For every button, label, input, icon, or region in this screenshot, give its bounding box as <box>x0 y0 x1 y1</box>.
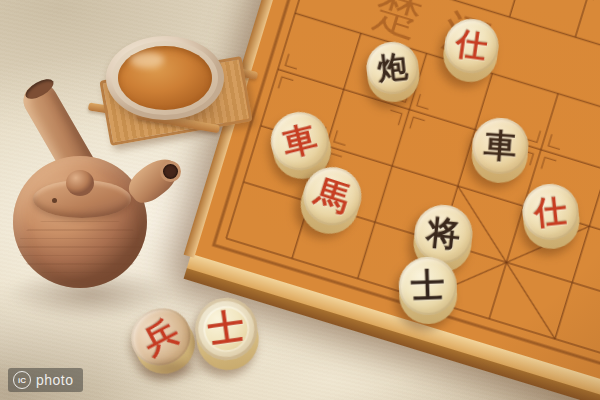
tea-highlight <box>130 52 164 68</box>
piece-black-advisor[interactable]: 士 <box>398 256 458 325</box>
piece-glyph-炮: 炮 <box>364 39 421 96</box>
piece-red-advisor-b[interactable]: 仕 <box>520 181 582 251</box>
piece-glyph-士: 士 <box>191 294 261 364</box>
piece-face: 仕 <box>441 16 502 77</box>
piece-black-chariot[interactable]: 車 <box>470 116 530 185</box>
teapot-spout-opening <box>160 161 181 182</box>
piece-glyph-士: 士 <box>398 256 458 316</box>
teapot-ridges <box>18 214 142 280</box>
loose-piece-shadow <box>132 358 212 380</box>
piece-glyph-仕: 仕 <box>520 181 582 243</box>
watermark-text: photo <box>36 372 74 388</box>
watermark: iC photo <box>8 368 83 392</box>
scene: 楚河漢界 炮仕車車馬仕将士兵士 iC photo <box>0 0 600 400</box>
teapot-lid-knob <box>66 170 94 196</box>
piece-face: 士 <box>398 256 458 316</box>
piece-red-advisor-a[interactable]: 仕 <box>440 16 502 86</box>
piece-black-cannon[interactable]: 炮 <box>364 39 422 104</box>
piece-glyph-仕: 仕 <box>441 16 502 77</box>
piece-face: 士 <box>191 294 261 364</box>
piece-face: 車 <box>470 116 530 176</box>
piece-face: 炮 <box>364 39 421 96</box>
watermark-logo-icon: iC <box>13 371 31 389</box>
piece-glyph-車: 車 <box>470 116 530 176</box>
piece-face: 仕 <box>520 181 582 243</box>
teapot-air-hole <box>52 198 57 203</box>
